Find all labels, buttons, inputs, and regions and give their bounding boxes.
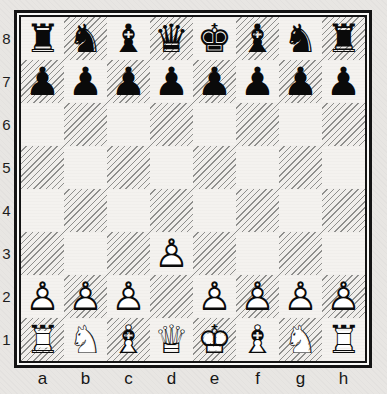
square-a8[interactable]: ♜ — [21, 17, 64, 60]
piece-outline-glyph: ♙ — [279, 275, 322, 318]
square-c5[interactable] — [107, 146, 150, 189]
file-label-d: d — [150, 366, 193, 392]
piece-black-knight: ♞ — [279, 17, 322, 60]
rank-label-8: 8 — [0, 17, 13, 60]
square-c3[interactable] — [107, 232, 150, 275]
piece-black-queen: ♛ — [150, 17, 193, 60]
square-c2[interactable]: ♟♙ — [107, 275, 150, 318]
square-a3[interactable] — [21, 232, 64, 275]
piece-white-knight: ♞♘ — [279, 318, 322, 361]
piece-white-pawn: ♟♙ — [322, 275, 365, 318]
piece-black-pawn: ♟ — [107, 60, 150, 103]
chess-board: ♜♞♝♛♚♝♞♜♟♟♟♟♟♟♟♟♟♙♟♙♟♙♟♙♟♙♟♙♟♙♟♙♜♖♞♘♝♗♛♕… — [19, 15, 367, 363]
piece-outline-glyph: ♙ — [236, 275, 279, 318]
square-c4[interactable] — [107, 189, 150, 232]
square-a5[interactable] — [21, 146, 64, 189]
piece-black-pawn: ♟ — [279, 60, 322, 103]
piece-white-pawn: ♟♙ — [236, 275, 279, 318]
square-a4[interactable] — [21, 189, 64, 232]
piece-black-pawn: ♟ — [21, 60, 64, 103]
square-d1[interactable]: ♛♕ — [150, 318, 193, 361]
square-c1[interactable]: ♝♗ — [107, 318, 150, 361]
square-d8[interactable]: ♛ — [150, 17, 193, 60]
piece-black-pawn: ♟ — [150, 60, 193, 103]
rank-label-2: 2 — [0, 275, 13, 318]
square-h1[interactable]: ♜♖ — [322, 318, 365, 361]
piece-white-queen: ♛♕ — [150, 318, 193, 361]
piece-black-rook: ♜ — [21, 17, 64, 60]
piece-white-pawn: ♟♙ — [21, 275, 64, 318]
file-label-g: g — [279, 366, 322, 392]
piece-outline-glyph: ♙ — [193, 275, 236, 318]
square-e3[interactable] — [193, 232, 236, 275]
piece-outline-glyph: ♙ — [21, 275, 64, 318]
board-grid: ♜♞♝♛♚♝♞♜♟♟♟♟♟♟♟♟♟♙♟♙♟♙♟♙♟♙♟♙♟♙♟♙♜♖♞♘♝♗♛♕… — [21, 17, 365, 361]
piece-outline-glyph: ♖ — [322, 318, 365, 361]
piece-white-rook: ♜♖ — [322, 318, 365, 361]
square-d6[interactable] — [150, 103, 193, 146]
square-a7[interactable]: ♟ — [21, 60, 64, 103]
square-a2[interactable]: ♟♙ — [21, 275, 64, 318]
piece-black-knight: ♞ — [64, 17, 107, 60]
piece-outline-glyph: ♙ — [150, 232, 193, 275]
square-h8[interactable]: ♜ — [322, 17, 365, 60]
piece-outline-glyph: ♕ — [150, 318, 193, 361]
piece-white-pawn: ♟♙ — [64, 275, 107, 318]
piece-white-bishop: ♝♗ — [236, 318, 279, 361]
piece-outline-glyph: ♖ — [21, 318, 64, 361]
piece-white-pawn: ♟♙ — [107, 275, 150, 318]
square-a1[interactable]: ♜♖ — [21, 318, 64, 361]
piece-black-bishop: ♝ — [236, 17, 279, 60]
square-h3[interactable] — [322, 232, 365, 275]
square-g8[interactable]: ♞ — [279, 17, 322, 60]
file-label-b: b — [64, 366, 107, 392]
piece-white-pawn: ♟♙ — [193, 275, 236, 318]
square-h6[interactable] — [322, 103, 365, 146]
piece-white-knight: ♞♘ — [64, 318, 107, 361]
rank-label-5: 5 — [0, 146, 13, 189]
square-f1[interactable]: ♝♗ — [236, 318, 279, 361]
rank-labels: 87654321 — [0, 17, 13, 361]
piece-white-bishop: ♝♗ — [107, 318, 150, 361]
square-b2[interactable]: ♟♙ — [64, 275, 107, 318]
square-h5[interactable] — [322, 146, 365, 189]
square-d5[interactable] — [150, 146, 193, 189]
piece-black-pawn: ♟ — [322, 60, 365, 103]
square-g3[interactable] — [279, 232, 322, 275]
square-e5[interactable] — [193, 146, 236, 189]
square-d3[interactable]: ♟♙ — [150, 232, 193, 275]
square-h2[interactable]: ♟♙ — [322, 275, 365, 318]
square-f2[interactable]: ♟♙ — [236, 275, 279, 318]
piece-white-pawn: ♟♙ — [150, 232, 193, 275]
square-b4[interactable] — [64, 189, 107, 232]
square-a6[interactable] — [21, 103, 64, 146]
square-e8[interactable]: ♚ — [193, 17, 236, 60]
square-f7[interactable]: ♟ — [236, 60, 279, 103]
piece-outline-glyph: ♗ — [107, 318, 150, 361]
square-b5[interactable] — [64, 146, 107, 189]
square-d4[interactable] — [150, 189, 193, 232]
square-c6[interactable] — [107, 103, 150, 146]
rank-label-4: 4 — [0, 189, 13, 232]
square-d7[interactable]: ♟ — [150, 60, 193, 103]
square-d2[interactable] — [150, 275, 193, 318]
square-g6[interactable] — [279, 103, 322, 146]
piece-black-pawn: ♟ — [193, 60, 236, 103]
square-e1[interactable]: ♚♔ — [193, 318, 236, 361]
rank-label-6: 6 — [0, 103, 13, 146]
piece-outline-glyph: ♙ — [64, 275, 107, 318]
file-labels: abcdefgh — [21, 366, 365, 392]
rank-label-1: 1 — [0, 318, 13, 361]
square-c8[interactable]: ♝ — [107, 17, 150, 60]
square-g4[interactable] — [279, 189, 322, 232]
square-b8[interactable]: ♞ — [64, 17, 107, 60]
square-f6[interactable] — [236, 103, 279, 146]
piece-outline-glyph: ♘ — [279, 318, 322, 361]
square-b3[interactable] — [64, 232, 107, 275]
square-b7[interactable]: ♟ — [64, 60, 107, 103]
piece-black-bishop: ♝ — [107, 17, 150, 60]
file-label-e: e — [193, 366, 236, 392]
square-g5[interactable] — [279, 146, 322, 189]
piece-outline-glyph: ♗ — [236, 318, 279, 361]
piece-outline-glyph: ♙ — [322, 275, 365, 318]
square-g2[interactable]: ♟♙ — [279, 275, 322, 318]
square-h7[interactable]: ♟ — [322, 60, 365, 103]
piece-black-king: ♚ — [193, 17, 236, 60]
piece-black-rook: ♜ — [322, 17, 365, 60]
square-b6[interactable] — [64, 103, 107, 146]
piece-outline-glyph: ♘ — [64, 318, 107, 361]
square-g1[interactable]: ♞♘ — [279, 318, 322, 361]
piece-outline-glyph: ♙ — [107, 275, 150, 318]
piece-black-pawn: ♟ — [236, 60, 279, 103]
chess-board-frame: ♜♞♝♛♚♝♞♜♟♟♟♟♟♟♟♟♟♙♟♙♟♙♟♙♟♙♟♙♟♙♟♙♜♖♞♘♝♗♛♕… — [14, 10, 372, 368]
file-label-h: h — [322, 366, 365, 392]
file-label-f: f — [236, 366, 279, 392]
piece-white-rook: ♜♖ — [21, 318, 64, 361]
file-label-c: c — [107, 366, 150, 392]
square-c7[interactable]: ♟ — [107, 60, 150, 103]
square-h4[interactable] — [322, 189, 365, 232]
square-b1[interactable]: ♞♘ — [64, 318, 107, 361]
square-f3[interactable] — [236, 232, 279, 275]
square-f5[interactable] — [236, 146, 279, 189]
square-e4[interactable] — [193, 189, 236, 232]
piece-white-pawn: ♟♙ — [279, 275, 322, 318]
rank-label-7: 7 — [0, 60, 13, 103]
square-e7[interactable]: ♟ — [193, 60, 236, 103]
square-e6[interactable] — [193, 103, 236, 146]
file-label-a: a — [21, 366, 64, 392]
square-e2[interactable]: ♟♙ — [193, 275, 236, 318]
piece-black-pawn: ♟ — [64, 60, 107, 103]
rank-label-3: 3 — [0, 232, 13, 275]
square-f4[interactable] — [236, 189, 279, 232]
square-f8[interactable]: ♝ — [236, 17, 279, 60]
square-g7[interactable]: ♟ — [279, 60, 322, 103]
piece-outline-glyph: ♔ — [193, 318, 236, 361]
piece-white-king: ♚♔ — [193, 318, 236, 361]
